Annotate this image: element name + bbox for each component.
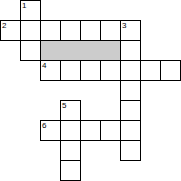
crossword-cell-r6c4[interactable] <box>80 120 101 141</box>
crossword-cell-r1c0[interactable] <box>0 20 21 41</box>
crossword-cell-r7c6[interactable] <box>120 140 141 161</box>
crossword-cell-r5c3[interactable] <box>60 100 81 121</box>
crossword-cell-r1c3[interactable] <box>60 20 81 41</box>
crossword-cell-r2c6[interactable] <box>120 40 141 61</box>
crossword-cell-r1c1[interactable] <box>20 20 41 41</box>
crossword-cell-r3c3[interactable] <box>60 60 81 81</box>
crossword-cell-r3c7[interactable] <box>140 60 161 81</box>
crossword-cell-r5c6[interactable] <box>120 100 141 121</box>
crossword-board: 123456 <box>0 0 181 181</box>
crossword-cell-r1c4[interactable] <box>80 20 101 41</box>
crossword-cell-r6c5[interactable] <box>100 120 121 141</box>
crossword-cell-r7c3[interactable] <box>60 140 81 161</box>
crossword-cell-r2c1[interactable] <box>20 40 41 61</box>
crossword-cell-r8c3[interactable] <box>60 160 81 181</box>
crossword-cell-r3c4[interactable] <box>80 60 101 81</box>
crossword-cell-r6c3[interactable] <box>60 120 81 141</box>
crossword-cell-r4c6[interactable] <box>120 80 141 101</box>
crossword-cell-r6c6[interactable] <box>120 120 141 141</box>
highlighted-word-strip <box>40 40 121 61</box>
crossword-cell-r1c2[interactable] <box>40 20 61 41</box>
crossword-cell-r1c5[interactable] <box>100 20 121 41</box>
crossword-cell-r3c2[interactable] <box>40 60 61 81</box>
crossword-cell-r3c5[interactable] <box>100 60 121 81</box>
crossword-cell-r0c1[interactable] <box>20 0 41 21</box>
crossword-cell-r1c6[interactable] <box>120 20 141 41</box>
crossword-cell-r3c8[interactable] <box>160 60 181 81</box>
crossword-cell-r6c2[interactable] <box>40 120 61 141</box>
crossword-cell-r3c6[interactable] <box>120 60 141 81</box>
